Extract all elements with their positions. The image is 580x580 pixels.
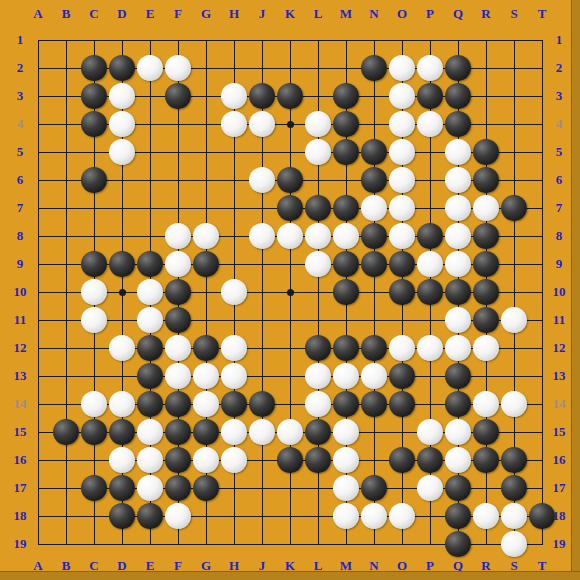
point-R17[interactable] <box>472 474 500 502</box>
white-stone-J4[interactable] <box>249 111 275 137</box>
point-K5[interactable] <box>276 138 304 166</box>
white-stone-H16[interactable] <box>221 447 247 473</box>
point-R9[interactable] <box>472 250 500 278</box>
point-A4[interactable] <box>24 110 52 138</box>
point-N7[interactable] <box>360 194 388 222</box>
white-stone-L8[interactable] <box>305 223 331 249</box>
point-O12[interactable] <box>388 334 416 362</box>
point-B18[interactable] <box>52 502 80 530</box>
point-M8[interactable] <box>332 222 360 250</box>
black-stone-R9[interactable] <box>473 251 499 277</box>
point-K15[interactable] <box>276 418 304 446</box>
point-S13[interactable] <box>500 362 528 390</box>
point-T12[interactable] <box>528 334 556 362</box>
point-A2[interactable] <box>24 54 52 82</box>
point-T9[interactable] <box>528 250 556 278</box>
black-stone-E18[interactable] <box>137 503 163 529</box>
point-S6[interactable] <box>500 166 528 194</box>
point-O14[interactable] <box>388 390 416 418</box>
point-E5[interactable] <box>136 138 164 166</box>
point-T1[interactable] <box>528 26 556 54</box>
white-stone-G8[interactable] <box>193 223 219 249</box>
point-M15[interactable] <box>332 418 360 446</box>
point-C18[interactable] <box>80 502 108 530</box>
point-C9[interactable] <box>80 250 108 278</box>
point-H7[interactable] <box>220 194 248 222</box>
white-stone-R12[interactable] <box>473 335 499 361</box>
point-B7[interactable] <box>52 194 80 222</box>
point-M11[interactable] <box>332 306 360 334</box>
black-stone-R11[interactable] <box>473 307 499 333</box>
point-O18[interactable] <box>388 502 416 530</box>
point-M2[interactable] <box>332 54 360 82</box>
point-J10[interactable] <box>248 278 276 306</box>
black-stone-R10[interactable] <box>473 279 499 305</box>
black-stone-Q10[interactable] <box>445 279 471 305</box>
point-J1[interactable] <box>248 26 276 54</box>
point-N18[interactable] <box>360 502 388 530</box>
white-stone-P12[interactable] <box>417 335 443 361</box>
black-stone-F14[interactable] <box>165 391 191 417</box>
point-H3[interactable] <box>220 82 248 110</box>
point-T16[interactable] <box>528 446 556 474</box>
black-stone-P10[interactable] <box>417 279 443 305</box>
point-D10[interactable] <box>108 278 136 306</box>
white-stone-F18[interactable] <box>165 503 191 529</box>
point-E16[interactable] <box>136 446 164 474</box>
black-stone-M5[interactable] <box>333 139 359 165</box>
go-board[interactable]: ABCDEFGHJKLMNOPQRST ABCDEFGHJKLMNOPQRST … <box>0 0 580 580</box>
point-E6[interactable] <box>136 166 164 194</box>
point-A1[interactable] <box>24 26 52 54</box>
point-L12[interactable] <box>304 334 332 362</box>
white-stone-K15[interactable] <box>277 419 303 445</box>
point-F10[interactable] <box>164 278 192 306</box>
black-stone-Q13[interactable] <box>445 363 471 389</box>
point-J3[interactable] <box>248 82 276 110</box>
point-S11[interactable] <box>500 306 528 334</box>
white-stone-N18[interactable] <box>361 503 387 529</box>
white-stone-P17[interactable] <box>417 475 443 501</box>
white-stone-N7[interactable] <box>361 195 387 221</box>
white-stone-P2[interactable] <box>417 55 443 81</box>
point-K3[interactable] <box>276 82 304 110</box>
point-R12[interactable] <box>472 334 500 362</box>
black-stone-C3[interactable] <box>81 83 107 109</box>
point-H18[interactable] <box>220 502 248 530</box>
white-stone-D3[interactable] <box>109 83 135 109</box>
point-E15[interactable] <box>136 418 164 446</box>
white-stone-M8[interactable] <box>333 223 359 249</box>
point-H8[interactable] <box>220 222 248 250</box>
black-stone-D17[interactable] <box>109 475 135 501</box>
point-P14[interactable] <box>416 390 444 418</box>
point-L10[interactable] <box>304 278 332 306</box>
point-D6[interactable] <box>108 166 136 194</box>
white-stone-E11[interactable] <box>137 307 163 333</box>
black-stone-H14[interactable] <box>221 391 247 417</box>
white-stone-F8[interactable] <box>165 223 191 249</box>
black-stone-F15[interactable] <box>165 419 191 445</box>
point-A14[interactable] <box>24 390 52 418</box>
point-N13[interactable] <box>360 362 388 390</box>
black-stone-L15[interactable] <box>305 419 331 445</box>
black-stone-G15[interactable] <box>193 419 219 445</box>
point-B8[interactable] <box>52 222 80 250</box>
point-N8[interactable] <box>360 222 388 250</box>
point-Q8[interactable] <box>444 222 472 250</box>
point-S5[interactable] <box>500 138 528 166</box>
point-G19[interactable] <box>192 530 220 558</box>
white-stone-M18[interactable] <box>333 503 359 529</box>
point-Q3[interactable] <box>444 82 472 110</box>
white-stone-G14[interactable] <box>193 391 219 417</box>
point-F4[interactable] <box>164 110 192 138</box>
point-D12[interactable] <box>108 334 136 362</box>
white-stone-F13[interactable] <box>165 363 191 389</box>
point-G8[interactable] <box>192 222 220 250</box>
point-N9[interactable] <box>360 250 388 278</box>
point-H4[interactable] <box>220 110 248 138</box>
point-O11[interactable] <box>388 306 416 334</box>
point-E2[interactable] <box>136 54 164 82</box>
black-stone-D18[interactable] <box>109 503 135 529</box>
point-Q5[interactable] <box>444 138 472 166</box>
point-N3[interactable] <box>360 82 388 110</box>
point-K14[interactable] <box>276 390 304 418</box>
point-P13[interactable] <box>416 362 444 390</box>
point-E19[interactable] <box>136 530 164 558</box>
point-H9[interactable] <box>220 250 248 278</box>
black-stone-F17[interactable] <box>165 475 191 501</box>
black-stone-M3[interactable] <box>333 83 359 109</box>
point-T18[interactable] <box>528 502 556 530</box>
black-stone-M9[interactable] <box>333 251 359 277</box>
black-stone-K3[interactable] <box>277 83 303 109</box>
point-N11[interactable] <box>360 306 388 334</box>
white-stone-E10[interactable] <box>137 279 163 305</box>
white-stone-H12[interactable] <box>221 335 247 361</box>
black-stone-E9[interactable] <box>137 251 163 277</box>
point-C17[interactable] <box>80 474 108 502</box>
point-F17[interactable] <box>164 474 192 502</box>
white-stone-M16[interactable] <box>333 447 359 473</box>
point-M1[interactable] <box>332 26 360 54</box>
point-R11[interactable] <box>472 306 500 334</box>
point-E9[interactable] <box>136 250 164 278</box>
black-stone-Q2[interactable] <box>445 55 471 81</box>
point-T15[interactable] <box>528 418 556 446</box>
point-D11[interactable] <box>108 306 136 334</box>
point-M6[interactable] <box>332 166 360 194</box>
point-S14[interactable] <box>500 390 528 418</box>
black-stone-B15[interactable] <box>53 419 79 445</box>
point-A7[interactable] <box>24 194 52 222</box>
point-F18[interactable] <box>164 502 192 530</box>
point-R2[interactable] <box>472 54 500 82</box>
black-stone-S17[interactable] <box>501 475 527 501</box>
point-O10[interactable] <box>388 278 416 306</box>
point-M18[interactable] <box>332 502 360 530</box>
white-stone-Q9[interactable] <box>445 251 471 277</box>
point-Q6[interactable] <box>444 166 472 194</box>
point-J16[interactable] <box>248 446 276 474</box>
point-D7[interactable] <box>108 194 136 222</box>
point-D1[interactable] <box>108 26 136 54</box>
point-E7[interactable] <box>136 194 164 222</box>
point-O7[interactable] <box>388 194 416 222</box>
point-D3[interactable] <box>108 82 136 110</box>
white-stone-C11[interactable] <box>81 307 107 333</box>
point-L1[interactable] <box>304 26 332 54</box>
point-B12[interactable] <box>52 334 80 362</box>
point-F8[interactable] <box>164 222 192 250</box>
point-L19[interactable] <box>304 530 332 558</box>
point-S9[interactable] <box>500 250 528 278</box>
point-E11[interactable] <box>136 306 164 334</box>
black-stone-L7[interactable] <box>305 195 331 221</box>
point-G12[interactable] <box>192 334 220 362</box>
point-S7[interactable] <box>500 194 528 222</box>
white-stone-K8[interactable] <box>277 223 303 249</box>
point-D18[interactable] <box>108 502 136 530</box>
black-stone-N6[interactable] <box>361 167 387 193</box>
point-C4[interactable] <box>80 110 108 138</box>
black-stone-S16[interactable] <box>501 447 527 473</box>
point-Q19[interactable] <box>444 530 472 558</box>
white-stone-F9[interactable] <box>165 251 191 277</box>
point-K18[interactable] <box>276 502 304 530</box>
point-G18[interactable] <box>192 502 220 530</box>
point-G14[interactable] <box>192 390 220 418</box>
white-stone-O7[interactable] <box>389 195 415 221</box>
point-Q16[interactable] <box>444 446 472 474</box>
point-B13[interactable] <box>52 362 80 390</box>
point-Q17[interactable] <box>444 474 472 502</box>
point-K6[interactable] <box>276 166 304 194</box>
black-stone-K7[interactable] <box>277 195 303 221</box>
black-stone-N9[interactable] <box>361 251 387 277</box>
point-F9[interactable] <box>164 250 192 278</box>
point-O1[interactable] <box>388 26 416 54</box>
white-stone-D5[interactable] <box>109 139 135 165</box>
white-stone-Q15[interactable] <box>445 419 471 445</box>
white-stone-E16[interactable] <box>137 447 163 473</box>
point-F6[interactable] <box>164 166 192 194</box>
point-K11[interactable] <box>276 306 304 334</box>
point-R14[interactable] <box>472 390 500 418</box>
black-stone-Q4[interactable] <box>445 111 471 137</box>
white-stone-C10[interactable] <box>81 279 107 305</box>
point-M3[interactable] <box>332 82 360 110</box>
point-L17[interactable] <box>304 474 332 502</box>
point-N10[interactable] <box>360 278 388 306</box>
point-Q15[interactable] <box>444 418 472 446</box>
point-D8[interactable] <box>108 222 136 250</box>
point-J8[interactable] <box>248 222 276 250</box>
point-M12[interactable] <box>332 334 360 362</box>
white-stone-R7[interactable] <box>473 195 499 221</box>
white-stone-O12[interactable] <box>389 335 415 361</box>
point-P6[interactable] <box>416 166 444 194</box>
point-T4[interactable] <box>528 110 556 138</box>
point-S10[interactable] <box>500 278 528 306</box>
white-stone-Q12[interactable] <box>445 335 471 361</box>
point-H11[interactable] <box>220 306 248 334</box>
point-K8[interactable] <box>276 222 304 250</box>
black-stone-N5[interactable] <box>361 139 387 165</box>
point-H10[interactable] <box>220 278 248 306</box>
point-R7[interactable] <box>472 194 500 222</box>
point-J5[interactable] <box>248 138 276 166</box>
point-F3[interactable] <box>164 82 192 110</box>
point-G10[interactable] <box>192 278 220 306</box>
white-stone-Q6[interactable] <box>445 167 471 193</box>
point-M9[interactable] <box>332 250 360 278</box>
point-L7[interactable] <box>304 194 332 222</box>
black-stone-L12[interactable] <box>305 335 331 361</box>
point-T13[interactable] <box>528 362 556 390</box>
point-D19[interactable] <box>108 530 136 558</box>
white-stone-L4[interactable] <box>305 111 331 137</box>
point-R16[interactable] <box>472 446 500 474</box>
point-N6[interactable] <box>360 166 388 194</box>
black-stone-E12[interactable] <box>137 335 163 361</box>
point-F2[interactable] <box>164 54 192 82</box>
point-N16[interactable] <box>360 446 388 474</box>
white-stone-P4[interactable] <box>417 111 443 137</box>
point-Q14[interactable] <box>444 390 472 418</box>
point-K9[interactable] <box>276 250 304 278</box>
white-stone-O18[interactable] <box>389 503 415 529</box>
black-stone-K6[interactable] <box>277 167 303 193</box>
point-H1[interactable] <box>220 26 248 54</box>
point-L18[interactable] <box>304 502 332 530</box>
point-H6[interactable] <box>220 166 248 194</box>
black-stone-S7[interactable] <box>501 195 527 221</box>
point-L15[interactable] <box>304 418 332 446</box>
white-stone-C14[interactable] <box>81 391 107 417</box>
point-K10[interactable] <box>276 278 304 306</box>
point-D17[interactable] <box>108 474 136 502</box>
point-J13[interactable] <box>248 362 276 390</box>
point-C7[interactable] <box>80 194 108 222</box>
white-stone-S11[interactable] <box>501 307 527 333</box>
point-A5[interactable] <box>24 138 52 166</box>
point-M5[interactable] <box>332 138 360 166</box>
black-stone-C4[interactable] <box>81 111 107 137</box>
black-stone-F11[interactable] <box>165 307 191 333</box>
black-stone-R15[interactable] <box>473 419 499 445</box>
point-G15[interactable] <box>192 418 220 446</box>
point-G11[interactable] <box>192 306 220 334</box>
black-stone-N17[interactable] <box>361 475 387 501</box>
point-R10[interactable] <box>472 278 500 306</box>
point-G9[interactable] <box>192 250 220 278</box>
point-T8[interactable] <box>528 222 556 250</box>
point-T10[interactable] <box>528 278 556 306</box>
point-H16[interactable] <box>220 446 248 474</box>
point-T19[interactable] <box>528 530 556 558</box>
point-J17[interactable] <box>248 474 276 502</box>
point-C13[interactable] <box>80 362 108 390</box>
point-L13[interactable] <box>304 362 332 390</box>
black-stone-Q3[interactable] <box>445 83 471 109</box>
point-H19[interactable] <box>220 530 248 558</box>
point-G5[interactable] <box>192 138 220 166</box>
point-P2[interactable] <box>416 54 444 82</box>
point-T3[interactable] <box>528 82 556 110</box>
white-stone-H4[interactable] <box>221 111 247 137</box>
point-A11[interactable] <box>24 306 52 334</box>
point-P4[interactable] <box>416 110 444 138</box>
point-K4[interactable] <box>276 110 304 138</box>
point-E12[interactable] <box>136 334 164 362</box>
point-A16[interactable] <box>24 446 52 474</box>
white-stone-F2[interactable] <box>165 55 191 81</box>
point-H12[interactable] <box>220 334 248 362</box>
point-A3[interactable] <box>24 82 52 110</box>
point-D9[interactable] <box>108 250 136 278</box>
point-C15[interactable] <box>80 418 108 446</box>
white-stone-J6[interactable] <box>249 167 275 193</box>
point-C11[interactable] <box>80 306 108 334</box>
point-F11[interactable] <box>164 306 192 334</box>
point-J14[interactable] <box>248 390 276 418</box>
point-A18[interactable] <box>24 502 52 530</box>
point-L16[interactable] <box>304 446 332 474</box>
white-stone-Q8[interactable] <box>445 223 471 249</box>
point-H15[interactable] <box>220 418 248 446</box>
point-Q4[interactable] <box>444 110 472 138</box>
point-T11[interactable] <box>528 306 556 334</box>
point-Q12[interactable] <box>444 334 472 362</box>
point-S4[interactable] <box>500 110 528 138</box>
point-B5[interactable] <box>52 138 80 166</box>
point-A15[interactable] <box>24 418 52 446</box>
point-R8[interactable] <box>472 222 500 250</box>
point-G4[interactable] <box>192 110 220 138</box>
point-K1[interactable] <box>276 26 304 54</box>
black-stone-M4[interactable] <box>333 111 359 137</box>
black-stone-J3[interactable] <box>249 83 275 109</box>
point-S16[interactable] <box>500 446 528 474</box>
point-O15[interactable] <box>388 418 416 446</box>
point-O17[interactable] <box>388 474 416 502</box>
white-stone-O8[interactable] <box>389 223 415 249</box>
point-S8[interactable] <box>500 222 528 250</box>
point-D2[interactable] <box>108 54 136 82</box>
white-stone-E2[interactable] <box>137 55 163 81</box>
point-N5[interactable] <box>360 138 388 166</box>
point-J9[interactable] <box>248 250 276 278</box>
white-stone-Q16[interactable] <box>445 447 471 473</box>
white-stone-O3[interactable] <box>389 83 415 109</box>
point-O8[interactable] <box>388 222 416 250</box>
point-Q9[interactable] <box>444 250 472 278</box>
white-stone-M17[interactable] <box>333 475 359 501</box>
black-stone-R6[interactable] <box>473 167 499 193</box>
point-C8[interactable] <box>80 222 108 250</box>
point-O16[interactable] <box>388 446 416 474</box>
black-stone-T18[interactable] <box>529 503 555 529</box>
point-S17[interactable] <box>500 474 528 502</box>
black-stone-G12[interactable] <box>193 335 219 361</box>
point-R18[interactable] <box>472 502 500 530</box>
white-stone-Q11[interactable] <box>445 307 471 333</box>
point-K16[interactable] <box>276 446 304 474</box>
white-stone-R14[interactable] <box>473 391 499 417</box>
